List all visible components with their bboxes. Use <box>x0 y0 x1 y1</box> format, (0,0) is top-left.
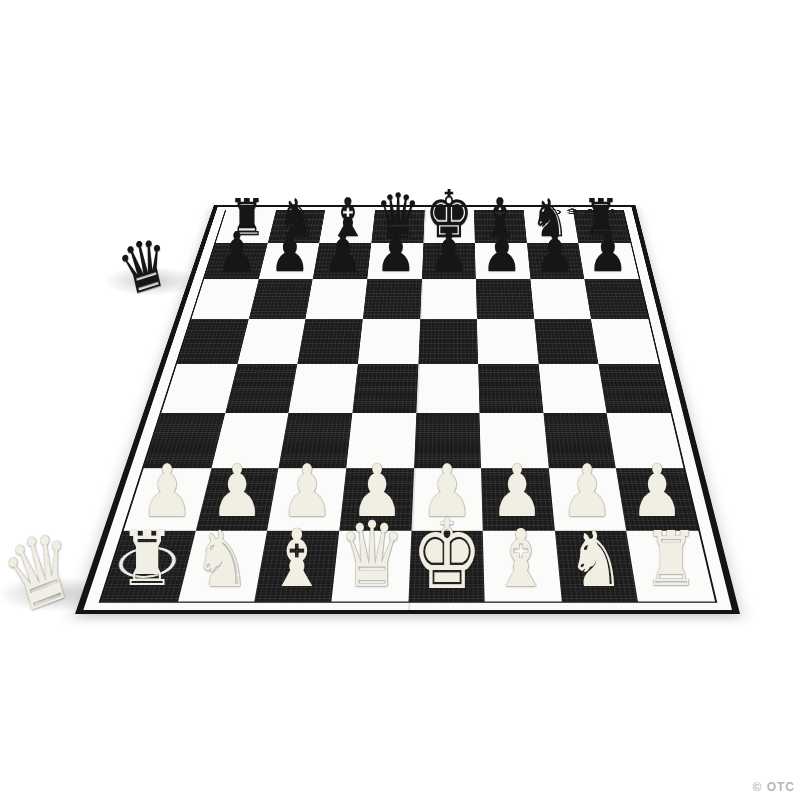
square-c5 <box>298 319 363 363</box>
piece-white-bishop-c1: ♝ <box>268 519 326 598</box>
piece-black-pawn-g7: ♟ <box>535 225 575 280</box>
square-g6 <box>530 279 591 319</box>
piece-white-knight-b1: ♞ <box>193 521 250 598</box>
square-f6 <box>476 279 534 319</box>
piece-white-queen-d1: ♛ <box>338 510 405 601</box>
square-d6 <box>363 279 422 319</box>
piece-white-rook-a1: ♜ <box>119 522 174 597</box>
square-e5 <box>418 319 478 363</box>
square-c4 <box>289 364 358 413</box>
square-d5 <box>358 319 420 363</box>
piece-black-pawn-d7: ♟ <box>376 225 416 280</box>
piece-white-knight-g1: ♞ <box>568 521 625 598</box>
square-g4 <box>538 364 606 413</box>
square-b4 <box>225 364 298 413</box>
piece-black-pawn-e7: ♟ <box>429 225 469 280</box>
piece-black-pawn-c7: ♟ <box>323 225 363 280</box>
square-e4 <box>416 364 480 413</box>
chess-set-photo: ŠAH ♜♞♝♛♚♝♞♜♟♟♟♟♟♟♟♟♟♟♟♟♟♟♟♟♜♞♝♛♚♝♞♜♛♛ ©… <box>0 0 800 800</box>
piece-white-king-e1: ♚ <box>411 506 482 603</box>
piece-black-pawn-f7: ♟ <box>482 225 522 280</box>
square-f4 <box>478 364 543 413</box>
piece-white-bishop-f1: ♝ <box>492 519 550 598</box>
piece-black-queen-extra: ♛ <box>112 225 177 306</box>
square-d4 <box>352 364 418 413</box>
piece-black-pawn-b7: ♟ <box>269 225 309 280</box>
piece-black-pawn-a7: ♟ <box>216 225 256 280</box>
piece-white-rook-h1: ♜ <box>644 522 699 597</box>
square-c6 <box>306 279 368 319</box>
square-h5 <box>591 319 659 363</box>
square-h4 <box>599 364 671 413</box>
square-f5 <box>477 319 538 363</box>
square-e6 <box>420 279 477 319</box>
piece-black-pawn-h7: ♟ <box>588 225 628 280</box>
square-h6 <box>585 279 649 319</box>
square-a6 <box>191 279 258 319</box>
square-b6 <box>248 279 312 319</box>
square-a5 <box>177 319 248 363</box>
square-g5 <box>534 319 599 363</box>
watermark: © OTC <box>752 780 795 794</box>
square-b5 <box>237 319 305 363</box>
piece-white-queen-extra: ♛ <box>0 514 87 631</box>
